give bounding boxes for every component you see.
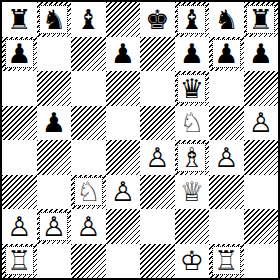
square-c4[interactable] bbox=[71, 140, 106, 175]
piece-halo: ♟ bbox=[39, 108, 68, 137]
piece-halo: ♜ bbox=[246, 5, 275, 34]
square-a5[interactable] bbox=[2, 106, 37, 141]
square-b6[interactable] bbox=[37, 71, 72, 106]
white-pawn[interactable]: ♙ bbox=[76, 213, 100, 240]
chess-board: ♜♞♝♚♝♞♜♟♟♟♟♟♛♟♘♙♙♗♙♘♙♕♙♙♙♖♔♖ bbox=[0, 0, 280, 280]
piece-halo: ♞ bbox=[39, 5, 68, 34]
square-a6[interactable] bbox=[2, 71, 37, 106]
white-pawn[interactable]: ♙ bbox=[249, 109, 273, 136]
square-c5[interactable] bbox=[71, 106, 106, 141]
square-e4[interactable]: ♙ bbox=[140, 140, 175, 175]
black-pawn[interactable]: ♟ bbox=[249, 40, 273, 67]
white-pawn[interactable]: ♙ bbox=[145, 144, 169, 171]
square-d5[interactable] bbox=[106, 106, 141, 141]
white-queen[interactable]: ♕ bbox=[180, 178, 204, 205]
square-d8[interactable] bbox=[106, 2, 141, 37]
black-pawn[interactable]: ♟ bbox=[42, 109, 66, 136]
square-b8[interactable]: ♞ bbox=[37, 2, 72, 37]
piece-halo: ♞ bbox=[212, 5, 241, 34]
square-a4[interactable] bbox=[2, 140, 37, 175]
white-pawn[interactable]: ♙ bbox=[111, 178, 135, 205]
piece-halo: ♙ bbox=[39, 212, 68, 241]
square-e2[interactable] bbox=[140, 209, 175, 244]
square-g1[interactable]: ♖ bbox=[209, 244, 244, 279]
piece-halo: ♕ bbox=[177, 177, 206, 206]
piece-halo: ♚ bbox=[143, 5, 172, 34]
square-c1[interactable] bbox=[71, 244, 106, 279]
square-d2[interactable] bbox=[106, 209, 141, 244]
square-f1[interactable]: ♔ bbox=[175, 244, 210, 279]
square-d7[interactable]: ♟ bbox=[106, 37, 141, 72]
square-g7[interactable]: ♟ bbox=[209, 37, 244, 72]
square-e7[interactable] bbox=[140, 37, 175, 72]
square-b4[interactable] bbox=[37, 140, 72, 175]
piece-halo: ♟ bbox=[108, 39, 137, 68]
white-knight[interactable]: ♘ bbox=[76, 178, 100, 205]
square-d6[interactable] bbox=[106, 71, 141, 106]
piece-halo: ♙ bbox=[5, 212, 34, 241]
square-g4[interactable]: ♙ bbox=[209, 140, 244, 175]
white-pawn[interactable]: ♙ bbox=[7, 213, 31, 240]
square-b7[interactable] bbox=[37, 37, 72, 72]
black-knight[interactable]: ♞ bbox=[214, 6, 238, 33]
piece-halo: ♙ bbox=[212, 143, 241, 172]
square-g6[interactable] bbox=[209, 71, 244, 106]
piece-halo: ♝ bbox=[177, 5, 206, 34]
black-rook[interactable]: ♜ bbox=[249, 6, 273, 33]
square-b1[interactable] bbox=[37, 244, 72, 279]
square-a3[interactable] bbox=[2, 175, 37, 210]
square-a2[interactable]: ♙ bbox=[2, 209, 37, 244]
piece-halo: ♙ bbox=[74, 212, 103, 241]
piece-halo: ♙ bbox=[246, 108, 275, 137]
black-bishop[interactable]: ♝ bbox=[76, 6, 100, 33]
piece-halo: ♘ bbox=[74, 177, 103, 206]
white-rook[interactable]: ♖ bbox=[7, 247, 31, 274]
black-rook[interactable]: ♜ bbox=[7, 6, 31, 33]
square-f4[interactable]: ♗ bbox=[175, 140, 210, 175]
square-b5[interactable]: ♟ bbox=[37, 106, 72, 141]
square-e6[interactable] bbox=[140, 71, 175, 106]
square-c3[interactable]: ♘ bbox=[71, 175, 106, 210]
black-pawn[interactable]: ♟ bbox=[180, 40, 204, 67]
black-pawn[interactable]: ♟ bbox=[7, 40, 31, 67]
square-f8[interactable]: ♝ bbox=[175, 2, 210, 37]
square-d1[interactable] bbox=[106, 244, 141, 279]
square-h2[interactable] bbox=[244, 209, 279, 244]
square-h7[interactable]: ♟ bbox=[244, 37, 279, 72]
chess-diagram: ♜♞♝♚♝♞♜♟♟♟♟♟♛♟♘♙♙♗♙♘♙♕♙♙♙♖♔♖ bbox=[0, 0, 280, 280]
piece-halo: ♛ bbox=[177, 74, 206, 103]
piece-halo: ♟ bbox=[212, 39, 241, 68]
piece-halo: ♘ bbox=[177, 108, 206, 137]
white-rook[interactable]: ♖ bbox=[214, 247, 238, 274]
square-h4[interactable] bbox=[244, 140, 279, 175]
square-d3[interactable]: ♙ bbox=[106, 175, 141, 210]
piece-halo: ♔ bbox=[177, 246, 206, 275]
square-a8[interactable]: ♜ bbox=[2, 2, 37, 37]
black-pawn[interactable]: ♟ bbox=[214, 40, 238, 67]
square-d4[interactable] bbox=[106, 140, 141, 175]
square-e8[interactable]: ♚ bbox=[140, 2, 175, 37]
piece-halo: ♟ bbox=[177, 39, 206, 68]
black-queen[interactable]: ♛ bbox=[180, 75, 204, 102]
piece-halo: ♗ bbox=[177, 143, 206, 172]
square-h5[interactable]: ♙ bbox=[244, 106, 279, 141]
square-h8[interactable]: ♜ bbox=[244, 2, 279, 37]
square-g2[interactable] bbox=[209, 209, 244, 244]
square-c6[interactable] bbox=[71, 71, 106, 106]
square-a1[interactable]: ♖ bbox=[2, 244, 37, 279]
square-f7[interactable]: ♟ bbox=[175, 37, 210, 72]
square-f2[interactable] bbox=[175, 209, 210, 244]
square-e1[interactable] bbox=[140, 244, 175, 279]
black-knight[interactable]: ♞ bbox=[42, 6, 66, 33]
square-f5[interactable]: ♘ bbox=[175, 106, 210, 141]
square-e3[interactable] bbox=[140, 175, 175, 210]
white-bishop[interactable]: ♗ bbox=[180, 144, 204, 171]
white-knight[interactable]: ♘ bbox=[180, 109, 204, 136]
white-king[interactable]: ♔ bbox=[180, 247, 204, 274]
square-a7[interactable]: ♟ bbox=[2, 37, 37, 72]
piece-halo: ♖ bbox=[212, 246, 241, 275]
square-h6[interactable] bbox=[244, 71, 279, 106]
square-b3[interactable] bbox=[37, 175, 72, 210]
square-h3[interactable] bbox=[244, 175, 279, 210]
black-king[interactable]: ♚ bbox=[145, 6, 169, 33]
square-g5[interactable] bbox=[209, 106, 244, 141]
piece-halo: ♟ bbox=[5, 39, 34, 68]
square-e5[interactable] bbox=[140, 106, 175, 141]
piece-halo: ♖ bbox=[5, 246, 34, 275]
black-pawn[interactable]: ♟ bbox=[111, 40, 135, 67]
square-b2[interactable]: ♙ bbox=[37, 209, 72, 244]
piece-halo: ♙ bbox=[143, 143, 172, 172]
square-f6[interactable]: ♛ bbox=[175, 71, 210, 106]
piece-halo: ♙ bbox=[108, 177, 137, 206]
square-f3[interactable]: ♕ bbox=[175, 175, 210, 210]
square-h1[interactable] bbox=[244, 244, 279, 279]
piece-halo: ♝ bbox=[74, 5, 103, 34]
piece-halo: ♟ bbox=[246, 39, 275, 68]
square-c7[interactable] bbox=[71, 37, 106, 72]
white-pawn[interactable]: ♙ bbox=[42, 213, 66, 240]
square-c8[interactable]: ♝ bbox=[71, 2, 106, 37]
piece-halo: ♜ bbox=[5, 5, 34, 34]
square-c2[interactable]: ♙ bbox=[71, 209, 106, 244]
square-g3[interactable] bbox=[209, 175, 244, 210]
white-pawn[interactable]: ♙ bbox=[214, 144, 238, 171]
square-g8[interactable]: ♞ bbox=[209, 2, 244, 37]
black-bishop[interactable]: ♝ bbox=[180, 6, 204, 33]
